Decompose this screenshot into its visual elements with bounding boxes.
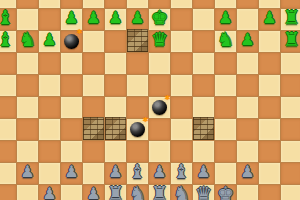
gray-queen[interactable]: ♛	[193, 182, 214, 200]
board-square[interactable]: ♟	[105, 9, 126, 30]
board-square[interactable]: ♟	[83, 185, 104, 200]
board-square[interactable]	[237, 75, 258, 96]
board-square[interactable]	[259, 53, 280, 74]
board-square[interactable]	[17, 9, 38, 30]
board-square[interactable]	[281, 75, 300, 96]
board-square[interactable]	[61, 97, 82, 118]
gray-knight[interactable]: ♞	[171, 182, 192, 200]
board-square[interactable]: ♚	[215, 185, 236, 200]
green-knight[interactable]: ♞	[17, 28, 38, 50]
board-square[interactable]	[83, 119, 104, 140]
game-screen: ♝♟♟♟♟♚♟♟♜♝♞♟*♛♞♟♜**♟♟♟♝♟♝♟♟♟♟♜♞♜♞♛♚	[0, 0, 300, 200]
bomb-fuse-spark: *	[165, 95, 170, 105]
board-square[interactable]	[259, 119, 280, 140]
board-square[interactable]	[171, 97, 192, 118]
gray-pawn[interactable]: ♟	[193, 160, 214, 183]
brick-wall-tile	[193, 117, 214, 140]
green-rook[interactable]: ♜	[281, 28, 300, 50]
green-pawn[interactable]: ♟	[61, 6, 82, 29]
gray-rook[interactable]: ♜	[105, 182, 126, 200]
board-square[interactable]	[193, 53, 214, 74]
board-square[interactable]: ♟	[237, 31, 258, 52]
board-square[interactable]	[0, 163, 16, 184]
board-square[interactable]	[215, 141, 236, 162]
board-square[interactable]	[149, 141, 170, 162]
board-square[interactable]: ♞	[215, 31, 236, 52]
board-square[interactable]	[39, 97, 60, 118]
gray-pawn[interactable]: ♟	[105, 160, 126, 183]
board-square[interactable]	[61, 185, 82, 200]
board-square[interactable]: ♝	[127, 163, 148, 184]
board-square[interactable]	[105, 119, 126, 140]
board-square[interactable]	[171, 119, 192, 140]
board-square[interactable]: ♟	[39, 31, 60, 52]
board-square[interactable]	[281, 53, 300, 74]
board-square[interactable]	[0, 75, 16, 96]
board-square[interactable]	[39, 0, 60, 8]
board-square[interactable]	[39, 75, 60, 96]
gray-bishop[interactable]: ♝	[127, 160, 148, 182]
board-square[interactable]	[17, 53, 38, 74]
board-square[interactable]	[193, 0, 214, 8]
board-square[interactable]	[281, 97, 300, 118]
gray-pawn[interactable]: ♟	[83, 182, 104, 200]
gray-pawn[interactable]: ♟	[61, 160, 82, 183]
board-square[interactable]	[105, 75, 126, 96]
board-square[interactable]	[83, 31, 104, 52]
bomb-icon: *	[152, 100, 167, 115]
bomb-icon: *	[64, 34, 79, 49]
board-square[interactable]	[193, 119, 214, 140]
board-square[interactable]	[17, 0, 38, 8]
board-square[interactable]	[39, 119, 60, 140]
board-square[interactable]: ♟	[193, 163, 214, 184]
gray-pawn[interactable]: ♟	[149, 160, 170, 183]
board-square[interactable]	[259, 75, 280, 96]
board-square[interactable]	[0, 53, 16, 74]
board-square[interactable]	[0, 141, 16, 162]
board-square[interactable]: ♟	[61, 163, 82, 184]
board-square[interactable]: ♟	[105, 163, 126, 184]
board-square[interactable]	[127, 141, 148, 162]
gray-bishop[interactable]: ♝	[171, 160, 192, 182]
board-square[interactable]: ♛	[193, 185, 214, 200]
green-pawn[interactable]: ♟	[215, 6, 236, 29]
board-square[interactable]	[237, 0, 258, 8]
board-square[interactable]	[83, 97, 104, 118]
board-square[interactable]	[259, 163, 280, 184]
board-square[interactable]	[281, 185, 300, 200]
board-square[interactable]	[0, 97, 16, 118]
board-square[interactable]: ♟	[39, 185, 60, 200]
board-square[interactable]	[237, 97, 258, 118]
board-square[interactable]	[61, 119, 82, 140]
board-square[interactable]	[83, 163, 104, 184]
board-square[interactable]	[105, 141, 126, 162]
board-square[interactable]	[237, 185, 258, 200]
board-square[interactable]	[193, 75, 214, 96]
board-square[interactable]	[83, 141, 104, 162]
board-square[interactable]	[237, 9, 258, 30]
board-square[interactable]	[215, 75, 236, 96]
bomb-fuse-spark: *	[77, 29, 82, 39]
board-square[interactable]: ♚	[149, 9, 170, 30]
board-square[interactable]	[127, 31, 148, 52]
board-square[interactable]	[39, 9, 60, 30]
board-square[interactable]	[215, 97, 236, 118]
board-square[interactable]: ♛	[149, 31, 170, 52]
board-square[interactable]	[17, 185, 38, 200]
gray-knight[interactable]: ♞	[127, 182, 148, 200]
board-square[interactable]: ♟	[237, 163, 258, 184]
green-pawn[interactable]: ♟	[237, 28, 258, 51]
green-queen[interactable]: ♛	[149, 28, 170, 50]
board-square[interactable]	[17, 141, 38, 162]
board-square[interactable]	[281, 141, 300, 162]
board-square[interactable]: ♜	[281, 9, 300, 30]
board-square[interactable]	[259, 185, 280, 200]
board-square[interactable]	[127, 97, 148, 118]
board-square[interactable]	[237, 119, 258, 140]
board-square[interactable]: ♟	[83, 9, 104, 30]
board-square[interactable]	[39, 163, 60, 184]
board-square[interactable]	[39, 53, 60, 74]
board-square[interactable]	[61, 53, 82, 74]
board-square[interactable]	[127, 53, 148, 74]
green-pawn[interactable]: ♟	[39, 28, 60, 51]
board-square[interactable]	[149, 75, 170, 96]
board-square[interactable]	[127, 75, 148, 96]
board-square[interactable]: ♜	[281, 31, 300, 52]
green-pawn[interactable]: ♟	[83, 6, 104, 29]
green-pawn[interactable]: ♟	[127, 6, 148, 29]
board-square[interactable]	[237, 141, 258, 162]
board-square[interactable]: ♞	[17, 31, 38, 52]
green-king[interactable]: ♚	[149, 6, 170, 28]
green-pawn[interactable]: ♟	[259, 6, 280, 29]
board-square[interactable]	[171, 9, 192, 30]
board-square[interactable]	[0, 119, 16, 140]
board-square[interactable]	[193, 9, 214, 30]
bomb-icon: *	[130, 122, 145, 137]
board-square[interactable]: ♞	[171, 185, 192, 200]
green-pawn[interactable]: ♟	[105, 6, 126, 29]
board-square[interactable]	[281, 119, 300, 140]
board-square[interactable]: ♜	[105, 185, 126, 200]
board-square[interactable]	[171, 31, 192, 52]
board-square[interactable]: ♜	[149, 185, 170, 200]
board-square[interactable]: *	[127, 119, 148, 140]
board-square[interactable]	[17, 97, 38, 118]
board-square[interactable]: ♟	[149, 163, 170, 184]
brick-wall-tile	[83, 117, 104, 140]
board-square[interactable]: ♞	[127, 185, 148, 200]
board-square[interactable]	[105, 97, 126, 118]
board-square[interactable]	[171, 75, 192, 96]
board-square[interactable]	[171, 0, 192, 8]
board-square[interactable]: ♟	[259, 9, 280, 30]
gray-rook[interactable]: ♜	[149, 182, 170, 200]
board-square[interactable]	[259, 31, 280, 52]
bomb-fuse-spark: *	[143, 117, 148, 127]
board-square[interactable]: ♟	[61, 9, 82, 30]
board-square[interactable]: ♟	[127, 9, 148, 30]
board-square[interactable]	[17, 119, 38, 140]
board-square[interactable]: *	[61, 31, 82, 52]
board-square[interactable]	[61, 141, 82, 162]
board-square[interactable]	[259, 141, 280, 162]
board-square[interactable]	[193, 31, 214, 52]
gray-king[interactable]: ♚	[215, 182, 236, 200]
board-square[interactable]	[105, 31, 126, 52]
board-square[interactable]: ♝	[0, 9, 16, 30]
board-square[interactable]	[215, 163, 236, 184]
board-square[interactable]: ♟	[17, 163, 38, 184]
board-square[interactable]	[171, 53, 192, 74]
green-rook[interactable]: ♜	[281, 6, 300, 28]
brick-wall-tile	[127, 29, 148, 52]
board-square[interactable]	[215, 53, 236, 74]
board-square[interactable]: ♟	[215, 9, 236, 30]
green-bishop[interactable]: ♝	[0, 28, 16, 50]
board-square[interactable]	[193, 141, 214, 162]
board-square[interactable]	[0, 185, 16, 200]
board-square[interactable]	[39, 141, 60, 162]
board-square[interactable]	[193, 97, 214, 118]
board-square[interactable]	[281, 163, 300, 184]
gray-pawn[interactable]: ♟	[39, 182, 60, 200]
board-square[interactable]	[149, 119, 170, 140]
board-square[interactable]	[171, 141, 192, 162]
board-square[interactable]	[61, 75, 82, 96]
brick-wall-tile	[105, 117, 126, 140]
board-square[interactable]	[237, 53, 258, 74]
board-square[interactable]	[83, 53, 104, 74]
board-square[interactable]	[259, 97, 280, 118]
green-knight[interactable]: ♞	[215, 28, 236, 50]
board-square[interactable]	[149, 53, 170, 74]
board-square[interactable]	[17, 75, 38, 96]
board-square[interactable]: *	[149, 97, 170, 118]
board-square[interactable]	[83, 75, 104, 96]
board-square[interactable]	[215, 119, 236, 140]
chess-board[interactable]: ♝♟♟♟♟♚♟♟♜♝♞♟*♛♞♟♜**♟♟♟♝♟♝♟♟♟♟♜♞♜♞♛♚	[0, 0, 300, 200]
board-square[interactable]: ♝	[171, 163, 192, 184]
board-square[interactable]	[105, 53, 126, 74]
gray-pawn[interactable]: ♟	[17, 160, 38, 183]
board-square[interactable]: ♝	[0, 31, 16, 52]
gray-pawn[interactable]: ♟	[237, 160, 258, 183]
green-bishop[interactable]: ♝	[0, 6, 16, 28]
